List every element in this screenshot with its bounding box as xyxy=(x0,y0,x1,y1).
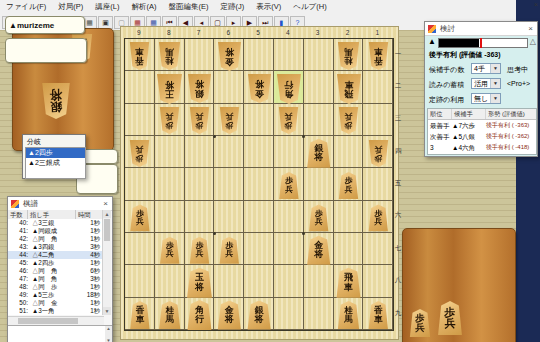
square-2-4[interactable] xyxy=(334,136,364,168)
comment-scrollbar[interactable]: ▲▼ xyxy=(105,326,112,342)
analysis-window-icon xyxy=(428,25,436,33)
evaluation-judgement: 後手有利 (評価値 -363) xyxy=(429,50,501,60)
sente-mark-icon: ▲ xyxy=(428,37,436,47)
menu-item[interactable]: ヘルプ(H) xyxy=(287,2,332,12)
setting-row: 読みの蓄積活用▼<Pro+> xyxy=(429,78,535,90)
kifu-window-title: 棋譜 xyxy=(23,199,38,209)
setting-dropdown[interactable]: 4手▼ xyxy=(471,63,501,74)
branch-option[interactable]: ▲2三銀成 xyxy=(26,158,85,168)
kifu-row[interactable]: 45:▲2四歩1秒 xyxy=(8,259,104,267)
evaluation-fill xyxy=(439,39,479,47)
square-3-9[interactable] xyxy=(304,298,334,330)
sente-hand-歩兵[interactable]: 歩兵 xyxy=(437,301,463,335)
square-5-6[interactable] xyxy=(244,201,274,233)
file-label: 3 xyxy=(303,28,333,37)
candidate-row[interactable]: 次善手▲5八銀後手有利 ( -362) xyxy=(428,131,536,142)
analysis-window-title: 検討 xyxy=(440,24,455,34)
close-icon[interactable]: × xyxy=(103,200,108,208)
square-6-8[interactable] xyxy=(214,265,244,297)
col-move: 候補手 xyxy=(452,109,486,119)
square-9-7[interactable] xyxy=(125,233,155,265)
kifu-comment-box[interactable]: ▲▼ xyxy=(8,325,112,342)
rank-label: 二 xyxy=(394,70,402,102)
menu-item[interactable]: 盤面編集(E) xyxy=(162,2,214,12)
scroll-down-icon[interactable]: ▼ xyxy=(103,307,111,315)
kifu-row[interactable]: 47:▲同 角3秒 xyxy=(8,275,104,283)
square-7-1[interactable] xyxy=(185,39,215,71)
file-label: 5 xyxy=(243,28,273,37)
gote-hand-銀将[interactable]: 銀将 xyxy=(41,83,71,119)
square-7-6[interactable] xyxy=(185,201,215,233)
blank-plate xyxy=(5,38,87,63)
star-point xyxy=(213,135,216,138)
square-5-5[interactable] xyxy=(244,168,274,200)
square-3-8[interactable] xyxy=(304,265,334,297)
kifu-row[interactable]: 49:▲5三歩18秒 xyxy=(8,291,104,299)
square-1-3[interactable] xyxy=(363,104,393,136)
square-2-6[interactable] xyxy=(334,201,364,233)
square-8-5[interactable] xyxy=(155,168,185,200)
square-7-5[interactable] xyxy=(185,168,215,200)
menu-bar: ファイル(F)対局(P)講座(L)解析(A)盤面編集(E)定跡(J)表示(V)ヘ… xyxy=(0,0,516,14)
setting-dropdown[interactable]: 無し▼ xyxy=(471,93,501,104)
rank-label: 九 xyxy=(394,297,402,329)
square-3-5[interactable] xyxy=(304,168,334,200)
rank-label: 一 xyxy=(394,38,402,70)
shogi-board: 987654321 一二三四五六七八九 香車桂馬金将桂馬香車王将銀将金将角行飛車… xyxy=(121,27,398,339)
menu-item[interactable]: 表示(V) xyxy=(250,2,287,12)
square-5-4[interactable] xyxy=(244,136,274,168)
square-3-3[interactable] xyxy=(304,104,334,136)
square-5-1[interactable] xyxy=(244,39,274,71)
sente-player-name-plate: ▲murizeme xyxy=(5,16,85,34)
chevron-down-icon[interactable]: ▼ xyxy=(490,64,500,73)
col-eval: 形勢 (評価値) xyxy=(486,109,536,119)
close-icon[interactable]: × xyxy=(528,25,533,33)
menu-item[interactable]: 定跡(J) xyxy=(214,2,250,12)
kifu-col-moveno: 手数 xyxy=(8,210,28,219)
kifu-col-time: 時間 xyxy=(76,210,96,219)
kifu-vertical-scrollbar[interactable]: ▲ ▼ xyxy=(102,210,111,315)
engine-status-text: 思考中 xyxy=(507,65,528,75)
square-5-7[interactable] xyxy=(244,233,274,265)
file-label: 4 xyxy=(273,28,303,37)
setting-label: 読みの蓄積 xyxy=(429,80,464,90)
col-rank: 順位 xyxy=(428,109,452,119)
evaluation-bar-row: ▲ △ xyxy=(425,37,539,47)
square-1-8[interactable] xyxy=(363,265,393,297)
square-8-6[interactable] xyxy=(155,201,185,233)
square-3-2[interactable] xyxy=(304,71,334,103)
candidate-row[interactable]: 最善手▲7六歩後手有利 ( -363) xyxy=(428,120,536,131)
setting-row: 定跡の利用無し▼ xyxy=(429,93,535,105)
rank-label: 五 xyxy=(394,167,402,199)
square-4-6[interactable] xyxy=(274,201,304,233)
kifu-row[interactable]: 43:▲3四銀3秒 xyxy=(8,243,104,251)
start-game-button[interactable]: ▣ xyxy=(98,16,113,29)
square-6-5[interactable] xyxy=(214,168,244,200)
branch-option[interactable]: ▲2四歩 xyxy=(26,148,85,158)
rank-label: 七 xyxy=(394,232,402,264)
setting-dropdown[interactable]: 活用▼ xyxy=(471,78,501,89)
menu-item[interactable]: ファイル(F) xyxy=(0,2,52,12)
kifu-titlebar[interactable]: 棋譜 × xyxy=(8,197,112,211)
chevron-down-icon[interactable]: ▼ xyxy=(490,79,500,88)
kifu-row[interactable]: 40:△3三銀1秒 xyxy=(8,219,104,227)
square-8-4[interactable] xyxy=(155,136,185,168)
square-4-7[interactable] xyxy=(274,233,304,265)
square-9-5[interactable] xyxy=(125,168,155,200)
file-label: 8 xyxy=(154,28,184,37)
kifu-row[interactable]: 46:△同 角6秒 xyxy=(8,267,104,275)
rank-label: 三 xyxy=(394,103,402,135)
file-label: 7 xyxy=(184,28,214,37)
menu-item[interactable]: 解析(A) xyxy=(125,2,162,12)
star-point xyxy=(302,135,305,138)
candidate-table: 順位 候補手 形勢 (評価値) 最善手▲7六歩後手有利 ( -363)次善手▲5… xyxy=(427,108,537,155)
scroll-up-icon[interactable]: ▲ xyxy=(103,210,111,218)
square-1-5[interactable] xyxy=(363,168,393,200)
rank-coordinates: 一二三四五六七八九 xyxy=(394,38,402,329)
square-5-8[interactable] xyxy=(244,265,274,297)
square-8-8[interactable] xyxy=(155,265,185,297)
file-label: 6 xyxy=(213,28,243,37)
kifu-row[interactable]: 41:▲同銀成1秒 xyxy=(8,227,104,235)
close-icon[interactable]: × xyxy=(534,1,538,8)
gote-mark-icon: △ xyxy=(530,37,536,47)
kifu-window: 棋譜 × 手数 指し手 時間 40:△3三銀1秒41:▲同銀成1秒42:△同 角… xyxy=(7,196,113,342)
kifu-row[interactable]: 42:△同 角1秒 xyxy=(8,235,104,243)
candidate-table-header: 順位 候補手 形勢 (評価値) xyxy=(428,109,536,120)
kifu-row[interactable]: 50:△同 金1秒 xyxy=(8,299,104,307)
square-4-9[interactable] xyxy=(274,298,304,330)
square-4-8[interactable] xyxy=(274,265,304,297)
square-7-4[interactable] xyxy=(185,136,215,168)
kifu-window-icon xyxy=(11,200,19,208)
sente-komadai: 歩兵歩兵 xyxy=(402,228,516,342)
setting-label: 定跡の利用 xyxy=(429,95,464,105)
kifu-move-list[interactable]: 40:△3三銀1秒41:▲同銀成1秒42:△同 角1秒43:▲3四銀3秒44:△… xyxy=(8,219,104,315)
square-9-8[interactable] xyxy=(125,265,155,297)
rank-label: 八 xyxy=(394,264,402,296)
evaluation-marker xyxy=(480,38,482,48)
board-grid[interactable]: 香車桂馬金将桂馬香車王将銀将金将角行飛車歩兵歩兵歩兵歩兵歩兵歩兵銀将歩兵歩兵歩兵… xyxy=(124,38,394,331)
square-1-7[interactable] xyxy=(363,233,393,265)
engine-status-text: <Pro+> xyxy=(507,80,530,87)
menu-item[interactable]: 対局(P) xyxy=(52,2,89,12)
kifu-horizontal-scrollbar[interactable] xyxy=(8,316,104,325)
setting-label: 候補手の数 xyxy=(429,65,464,75)
chevron-down-icon[interactable]: ▼ xyxy=(490,94,500,103)
kifu-row[interactable]: 44:△4二角4秒 xyxy=(8,251,104,259)
kifu-col-move: 指し手 xyxy=(28,210,76,219)
square-6-4[interactable] xyxy=(214,136,244,168)
square-9-3[interactable] xyxy=(125,104,155,136)
file-label: 1 xyxy=(362,28,392,37)
setting-row: 候補手の数4手▼思考中 xyxy=(429,63,535,75)
analysis-titlebar[interactable]: 検討 × xyxy=(425,22,537,36)
evaluation-bar xyxy=(438,38,528,48)
scrollbar-thumb[interactable] xyxy=(104,219,110,241)
square-5-3[interactable] xyxy=(244,104,274,136)
analysis-window: 検討 × ▲ △ 後手有利 (評価値 -363) 候補手の数4手▼思考中読みの蓄… xyxy=(424,21,538,157)
menu-item[interactable]: 講座(L) xyxy=(89,2,125,12)
square-2-7[interactable] xyxy=(334,233,364,265)
sente-hand-歩兵[interactable]: 歩兵 xyxy=(409,309,431,337)
file-label: 9 xyxy=(124,28,154,37)
kifu-row[interactable]: 48:△同 歩1秒 xyxy=(8,283,104,291)
kifu-row[interactable]: 51:▲3一角1秒 xyxy=(8,307,104,315)
square-6-6[interactable] xyxy=(214,201,244,233)
square-6-2[interactable] xyxy=(214,71,244,103)
rank-label: 六 xyxy=(394,200,402,232)
square-3-1[interactable] xyxy=(304,39,334,71)
square-4-4[interactable] xyxy=(274,136,304,168)
rank-label: 四 xyxy=(394,135,402,167)
square-9-2[interactable] xyxy=(125,71,155,103)
file-coordinates: 987654321 xyxy=(124,28,392,37)
branch-popup: 分岐 ▲2四歩▲2三銀成 xyxy=(22,134,86,179)
file-label: 2 xyxy=(333,28,363,37)
square-1-2[interactable] xyxy=(363,71,393,103)
candidate-row[interactable]: 3▲4六角後手有利 ( -418) xyxy=(428,142,536,153)
scrollbar-thumb[interactable] xyxy=(18,318,78,324)
star-point xyxy=(213,232,216,235)
square-4-1[interactable] xyxy=(274,39,304,71)
branch-list: ▲2四歩▲2三銀成 xyxy=(25,147,86,179)
